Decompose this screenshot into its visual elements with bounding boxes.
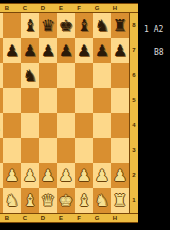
black-knight[interactable]: ♞ <box>23 63 37 88</box>
black-pawn[interactable]: ♟ <box>23 38 37 63</box>
square-c3[interactable] <box>21 138 39 163</box>
file-label-f: F <box>70 4 88 12</box>
square-d8[interactable]: ♛ <box>39 13 57 38</box>
black-queen[interactable]: ♛ <box>41 13 55 38</box>
white-rook[interactable]: ♜ <box>0 188 1 213</box>
rank-labels-right: 87654321 <box>129 13 138 213</box>
rank-label-2: 2 <box>130 163 138 188</box>
white-knight[interactable]: ♞ <box>95 188 109 213</box>
square-c8[interactable]: ♝ <box>21 13 39 38</box>
square-h5[interactable] <box>111 88 129 113</box>
square-e8[interactable]: ♚ <box>57 13 75 38</box>
square-g8[interactable]: ♞ <box>93 13 111 38</box>
white-knight[interactable]: ♞ <box>5 188 19 213</box>
square-c1[interactable]: ♝ <box>21 188 39 213</box>
square-f6[interactable] <box>75 63 93 88</box>
black-king[interactable]: ♚ <box>59 13 73 38</box>
square-d7[interactable]: ♟ <box>39 38 57 63</box>
square-h4[interactable] <box>111 113 129 138</box>
square-g3[interactable] <box>93 138 111 163</box>
white-bishop[interactable]: ♝ <box>23 188 37 213</box>
rank-label-4: 4 <box>130 113 138 138</box>
white-bishop[interactable]: ♝ <box>77 188 91 213</box>
black-pawn[interactable]: ♟ <box>5 38 19 63</box>
white-queen[interactable]: ♛ <box>41 188 55 213</box>
square-e5[interactable] <box>57 88 75 113</box>
move-list: 1 A2 B8 <box>144 11 164 71</box>
file-labels-top: ABCDEFGH <box>0 3 138 13</box>
file-label-c: C <box>16 214 34 222</box>
square-g7[interactable]: ♟ <box>93 38 111 63</box>
square-f2[interactable]: ♟ <box>75 163 93 188</box>
square-b4[interactable] <box>3 113 21 138</box>
square-e1[interactable]: ♚ <box>57 188 75 213</box>
square-c2[interactable]: ♟ <box>21 163 39 188</box>
white-pawn[interactable]: ♟ <box>113 163 127 188</box>
file-label-e: E <box>52 214 70 222</box>
square-c4[interactable] <box>21 113 39 138</box>
white-pawn[interactable]: ♟ <box>5 163 19 188</box>
file-label-f: F <box>70 214 88 222</box>
file-label-g: G <box>88 214 106 222</box>
rank-label-6: 6 <box>130 63 138 88</box>
square-d6[interactable] <box>39 63 57 88</box>
black-bishop[interactable]: ♝ <box>23 13 37 38</box>
file-label-b: B <box>0 4 16 12</box>
chess-board-frame: ABCDEFGH ♜♝♛♚♝♞♜♟♟♟♟♟♟♟♟♞♟♟♟♟♟♟♟♟♜♞♝♛♚♝♞… <box>0 3 138 223</box>
square-f4[interactable] <box>75 113 93 138</box>
white-pawn[interactable]: ♟ <box>41 163 55 188</box>
square-g5[interactable] <box>93 88 111 113</box>
square-h1[interactable]: ♜ <box>111 188 129 213</box>
square-b1[interactable]: ♞ <box>3 188 21 213</box>
black-pawn[interactable]: ♟ <box>95 38 109 63</box>
white-pawn[interactable]: ♟ <box>95 163 109 188</box>
square-e7[interactable]: ♟ <box>57 38 75 63</box>
square-b3[interactable] <box>3 138 21 163</box>
black-pawn[interactable]: ♟ <box>113 38 127 63</box>
file-label-b: B <box>0 214 16 222</box>
square-f1[interactable]: ♝ <box>75 188 93 213</box>
square-b8[interactable] <box>3 13 21 38</box>
square-g4[interactable] <box>93 113 111 138</box>
square-e4[interactable] <box>57 113 75 138</box>
square-c6[interactable]: ♞ <box>21 63 39 88</box>
square-f8[interactable]: ♝ <box>75 13 93 38</box>
file-label-d: D <box>34 4 52 12</box>
white-king[interactable]: ♚ <box>59 188 73 213</box>
white-pawn[interactable]: ♟ <box>77 163 91 188</box>
black-pawn[interactable]: ♟ <box>41 38 55 63</box>
square-g6[interactable] <box>93 63 111 88</box>
move-list-line-black: B8 <box>154 49 164 57</box>
square-h8[interactable]: ♜ <box>111 13 129 38</box>
game-screen: ABCDEFGH ♜♝♛♚♝♞♜♟♟♟♟♟♟♟♟♞♟♟♟♟♟♟♟♟♜♞♝♛♚♝♞… <box>0 0 170 230</box>
rank-label-5: 5 <box>130 88 138 113</box>
square-c7[interactable]: ♟ <box>21 38 39 63</box>
square-h6[interactable] <box>111 63 129 88</box>
file-labels-bottom: ABCDEFGH <box>0 213 138 223</box>
square-h2[interactable]: ♟ <box>111 163 129 188</box>
square-f3[interactable] <box>75 138 93 163</box>
square-b2[interactable]: ♟ <box>3 163 21 188</box>
black-pawn[interactable]: ♟ <box>0 38 1 63</box>
black-bishop[interactable]: ♝ <box>77 13 91 38</box>
rank-label-8: 8 <box>130 13 138 38</box>
black-rook[interactable]: ♜ <box>113 13 127 38</box>
square-b5[interactable] <box>3 88 21 113</box>
file-label-g: G <box>88 4 106 12</box>
square-d5[interactable] <box>39 88 57 113</box>
square-f7[interactable]: ♟ <box>75 38 93 63</box>
black-pawn[interactable]: ♟ <box>77 38 91 63</box>
rank-label-1: 1 <box>130 188 138 213</box>
square-d2[interactable]: ♟ <box>39 163 57 188</box>
file-label-d: D <box>34 214 52 222</box>
square-d3[interactable] <box>39 138 57 163</box>
square-b6[interactable] <box>3 63 21 88</box>
white-pawn[interactable]: ♟ <box>0 113 1 138</box>
square-c5[interactable] <box>21 88 39 113</box>
square-d4[interactable] <box>39 113 57 138</box>
rank-label-3: 3 <box>130 138 138 163</box>
square-g2[interactable]: ♟ <box>93 163 111 188</box>
frame-corner <box>129 4 138 12</box>
black-knight[interactable]: ♞ <box>95 13 109 38</box>
square-e3[interactable] <box>57 138 75 163</box>
square-d1[interactable]: ♛ <box>39 188 57 213</box>
square-e2[interactable]: ♟ <box>57 163 75 188</box>
square-g1[interactable]: ♞ <box>93 188 111 213</box>
square-e6[interactable] <box>57 63 75 88</box>
white-rook[interactable]: ♜ <box>113 188 127 213</box>
file-label-h: H <box>106 214 124 222</box>
file-label-h: H <box>106 4 124 12</box>
move-list-line-white: 1 A2 <box>144 26 164 34</box>
square-h3[interactable] <box>111 138 129 163</box>
square-f5[interactable] <box>75 88 93 113</box>
file-label-e: E <box>52 4 70 12</box>
white-pawn[interactable]: ♟ <box>23 163 37 188</box>
square-b7[interactable]: ♟ <box>3 38 21 63</box>
black-rook[interactable]: ♜ <box>0 13 1 38</box>
frame-corner <box>129 214 138 222</box>
black-pawn[interactable]: ♟ <box>59 38 73 63</box>
file-label-c: C <box>16 4 34 12</box>
rank-label-7: 7 <box>130 38 138 63</box>
white-pawn[interactable]: ♟ <box>59 163 73 188</box>
square-h7[interactable]: ♟ <box>111 38 129 63</box>
chess-board[interactable]: ♜♝♛♚♝♞♜♟♟♟♟♟♟♟♟♞♟♟♟♟♟♟♟♟♜♞♝♛♚♝♞♜ <box>0 13 129 213</box>
